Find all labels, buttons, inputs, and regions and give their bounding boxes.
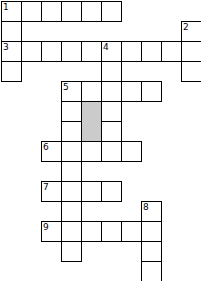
shaded-block bbox=[81, 101, 102, 142]
cell-r11c4[interactable] bbox=[81, 221, 102, 242]
clue-number-5: 5 bbox=[63, 83, 69, 91]
cell-r9c5[interactable] bbox=[101, 181, 122, 202]
cell-r9c4[interactable] bbox=[81, 181, 102, 202]
clue-number-2: 2 bbox=[183, 23, 189, 31]
cell-r2c9[interactable] bbox=[181, 41, 201, 62]
cell-r0c4[interactable] bbox=[81, 1, 102, 22]
cell-r2c4[interactable] bbox=[81, 41, 102, 62]
cell-r11c3[interactable] bbox=[61, 221, 82, 242]
cell-r5c3[interactable] bbox=[61, 101, 82, 122]
crossword-board: 123456789 bbox=[1, 1, 201, 281]
cell-r2c2[interactable] bbox=[41, 41, 62, 62]
cell-r3c5[interactable] bbox=[101, 61, 122, 82]
cell-r2c1[interactable] bbox=[21, 41, 42, 62]
cell-r3c0[interactable] bbox=[1, 61, 22, 82]
cell-r0c5[interactable] bbox=[101, 1, 122, 22]
page: 123456789 bbox=[0, 0, 201, 281]
cell-r12c7[interactable] bbox=[141, 241, 162, 262]
clue-number-8: 8 bbox=[143, 203, 149, 211]
cell-r5c5[interactable] bbox=[101, 101, 122, 122]
clue-number-9: 9 bbox=[43, 223, 49, 231]
cell-r6c5[interactable] bbox=[101, 121, 122, 142]
cell-r3c9[interactable] bbox=[181, 61, 201, 82]
cell-r6c3[interactable] bbox=[61, 121, 82, 142]
cell-r11c6[interactable] bbox=[121, 221, 142, 242]
cell-r0c1[interactable] bbox=[21, 1, 42, 22]
clue-number-4: 4 bbox=[103, 43, 109, 51]
clue-number-6: 6 bbox=[43, 143, 49, 151]
cell-r2c3[interactable] bbox=[61, 41, 82, 62]
cell-r7c3[interactable] bbox=[61, 141, 82, 162]
cell-r10c3[interactable] bbox=[61, 201, 82, 222]
cell-r12c3[interactable] bbox=[61, 241, 82, 262]
cell-r4c5[interactable] bbox=[101, 81, 122, 102]
cell-r8c3[interactable] bbox=[61, 161, 82, 182]
cell-r11c7[interactable] bbox=[141, 221, 162, 242]
clue-number-7: 7 bbox=[43, 183, 49, 191]
cell-r9c3[interactable] bbox=[61, 181, 82, 202]
clue-number-1: 1 bbox=[3, 3, 9, 11]
cell-r4c7[interactable] bbox=[141, 81, 162, 102]
cell-r11c5[interactable] bbox=[101, 221, 122, 242]
cell-r0c3[interactable] bbox=[61, 1, 82, 22]
cell-r0c2[interactable] bbox=[41, 1, 62, 22]
cell-r4c6[interactable] bbox=[121, 81, 142, 102]
cell-r7c6[interactable] bbox=[121, 141, 142, 162]
cell-r4c4[interactable] bbox=[81, 81, 102, 102]
clue-number-3: 3 bbox=[3, 43, 9, 51]
cell-r7c4[interactable] bbox=[81, 141, 102, 162]
cell-r13c7[interactable] bbox=[141, 261, 162, 281]
cell-r7c5[interactable] bbox=[101, 141, 122, 162]
cell-r2c6[interactable] bbox=[121, 41, 142, 62]
cell-r1c0[interactable] bbox=[1, 21, 22, 42]
cell-r2c7[interactable] bbox=[141, 41, 162, 62]
cell-r2c8[interactable] bbox=[161, 41, 182, 62]
